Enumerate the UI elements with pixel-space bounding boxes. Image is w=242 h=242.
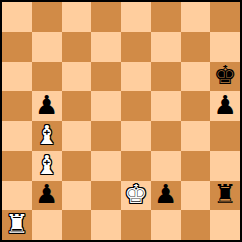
- square-e8[interactable]: [121, 2, 151, 32]
- square-e2[interactable]: ♚: [121, 181, 151, 211]
- square-a1[interactable]: ♜: [2, 210, 32, 240]
- square-e3[interactable]: [121, 151, 151, 181]
- square-d7[interactable]: [91, 32, 121, 62]
- square-b4[interactable]: ♝: [32, 121, 62, 151]
- square-d6[interactable]: [91, 62, 121, 92]
- square-c8[interactable]: [62, 2, 92, 32]
- black-pawn-piece[interactable]: ♟: [35, 181, 58, 207]
- black-pawn-piece[interactable]: ♟: [35, 92, 58, 118]
- square-a2[interactable]: [2, 181, 32, 211]
- square-e5[interactable]: [121, 91, 151, 121]
- square-b1[interactable]: [32, 210, 62, 240]
- square-h3[interactable]: [210, 151, 240, 181]
- square-g3[interactable]: [181, 151, 211, 181]
- square-f3[interactable]: [151, 151, 181, 181]
- square-e1[interactable]: [121, 210, 151, 240]
- square-a7[interactable]: [2, 32, 32, 62]
- square-g1[interactable]: [181, 210, 211, 240]
- square-g2[interactable]: [181, 181, 211, 211]
- square-d4[interactable]: [91, 121, 121, 151]
- square-g8[interactable]: [181, 2, 211, 32]
- square-h2[interactable]: ♜: [210, 181, 240, 211]
- square-h8[interactable]: [210, 2, 240, 32]
- square-f7[interactable]: [151, 32, 181, 62]
- square-c7[interactable]: [62, 32, 92, 62]
- square-b5[interactable]: ♟: [32, 91, 62, 121]
- square-e6[interactable]: [121, 62, 151, 92]
- square-c3[interactable]: [62, 151, 92, 181]
- square-h7[interactable]: [210, 32, 240, 62]
- square-c6[interactable]: [62, 62, 92, 92]
- square-c2[interactable]: [62, 181, 92, 211]
- square-g7[interactable]: [181, 32, 211, 62]
- square-b8[interactable]: [32, 2, 62, 32]
- square-b6[interactable]: [32, 62, 62, 92]
- square-f4[interactable]: [151, 121, 181, 151]
- square-a3[interactable]: [2, 151, 32, 181]
- square-g5[interactable]: [181, 91, 211, 121]
- white-king-piece[interactable]: ♚: [124, 181, 147, 207]
- black-pawn-piece[interactable]: ♟: [154, 181, 177, 207]
- square-f8[interactable]: [151, 2, 181, 32]
- square-f2[interactable]: ♟: [151, 181, 181, 211]
- square-h4[interactable]: [210, 121, 240, 151]
- square-f1[interactable]: [151, 210, 181, 240]
- white-bishop-piece[interactable]: ♝: [35, 152, 58, 178]
- square-g6[interactable]: [181, 62, 211, 92]
- square-f5[interactable]: [151, 91, 181, 121]
- black-pawn-piece[interactable]: ♟: [213, 92, 236, 118]
- square-b2[interactable]: ♟: [32, 181, 62, 211]
- square-b7[interactable]: [32, 32, 62, 62]
- square-c1[interactable]: [62, 210, 92, 240]
- square-f6[interactable]: [151, 62, 181, 92]
- square-a4[interactable]: [2, 121, 32, 151]
- chessboard: ♚♟♟♝♝♟♚♟♜♜: [0, 0, 242, 242]
- square-a6[interactable]: [2, 62, 32, 92]
- square-a5[interactable]: [2, 91, 32, 121]
- square-c5[interactable]: [62, 91, 92, 121]
- square-e7[interactable]: [121, 32, 151, 62]
- square-b3[interactable]: ♝: [32, 151, 62, 181]
- square-h5[interactable]: ♟: [210, 91, 240, 121]
- white-bishop-piece[interactable]: ♝: [35, 122, 58, 148]
- square-e4[interactable]: [121, 121, 151, 151]
- square-c4[interactable]: [62, 121, 92, 151]
- square-h1[interactable]: [210, 210, 240, 240]
- square-h6[interactable]: ♚: [210, 62, 240, 92]
- square-d5[interactable]: [91, 91, 121, 121]
- square-d1[interactable]: [91, 210, 121, 240]
- square-d8[interactable]: [91, 2, 121, 32]
- black-rook-piece[interactable]: ♜: [213, 181, 236, 207]
- square-d3[interactable]: [91, 151, 121, 181]
- square-a8[interactable]: [2, 2, 32, 32]
- square-g4[interactable]: [181, 121, 211, 151]
- square-d2[interactable]: [91, 181, 121, 211]
- black-king-piece[interactable]: ♚: [213, 62, 236, 88]
- white-rook-piece[interactable]: ♜: [5, 211, 28, 237]
